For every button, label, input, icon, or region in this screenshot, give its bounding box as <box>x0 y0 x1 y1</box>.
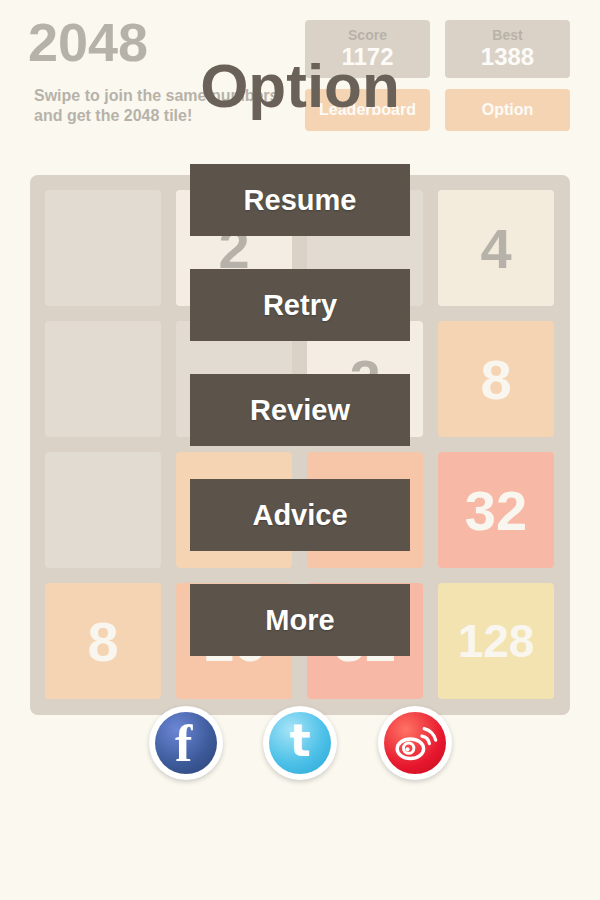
overlay-title: Option <box>0 54 600 118</box>
menu-button-resume[interactable]: Resume <box>190 164 410 236</box>
option-menu-overlay: Option ResumeRetryReviewAdviceMore f t <box>0 0 600 900</box>
twitter-share-button[interactable]: t <box>263 706 337 780</box>
menu-button-review[interactable]: Review <box>190 374 410 446</box>
twitter-icon: t <box>269 712 331 774</box>
facebook-share-button[interactable]: f <box>149 706 223 780</box>
menu-button-more[interactable]: More <box>190 584 410 656</box>
menu-button-advice[interactable]: Advice <box>190 479 410 551</box>
weibo-icon <box>384 712 446 774</box>
weibo-share-button[interactable] <box>378 706 452 780</box>
menu-button-retry[interactable]: Retry <box>190 269 410 341</box>
facebook-icon: f <box>155 712 217 774</box>
